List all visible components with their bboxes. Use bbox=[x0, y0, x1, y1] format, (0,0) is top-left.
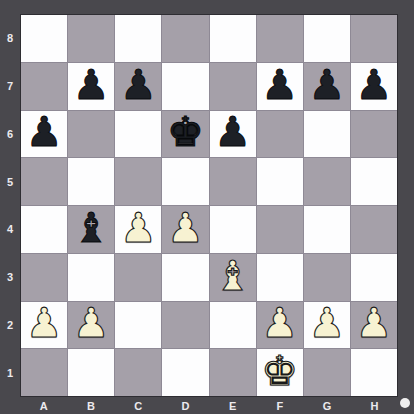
square-c3[interactable] bbox=[115, 254, 161, 301]
square-c1[interactable] bbox=[115, 349, 161, 396]
square-b8[interactable] bbox=[68, 15, 114, 62]
rank-label-2: 2 bbox=[0, 301, 20, 349]
square-a4[interactable] bbox=[21, 206, 67, 253]
black-pawn-h7[interactable]: ♟ bbox=[356, 65, 393, 106]
white-pawn-d4[interactable]: ♟ bbox=[167, 208, 204, 249]
square-e6[interactable]: ♟ bbox=[210, 111, 256, 158]
square-g8[interactable] bbox=[304, 15, 350, 62]
square-f1[interactable]: ♚ bbox=[257, 349, 303, 396]
square-f6[interactable] bbox=[257, 111, 303, 158]
square-b7[interactable]: ♟ bbox=[68, 63, 114, 110]
square-f2[interactable]: ♟ bbox=[257, 302, 303, 349]
white-to-move-indicator-icon bbox=[400, 398, 410, 408]
square-d2[interactable] bbox=[162, 302, 208, 349]
square-h1[interactable] bbox=[351, 349, 397, 396]
square-e4[interactable] bbox=[210, 206, 256, 253]
white-pawn-b2[interactable]: ♟ bbox=[73, 303, 110, 344]
rank-label-3: 3 bbox=[0, 253, 20, 301]
white-pawn-f2[interactable]: ♟ bbox=[261, 303, 298, 344]
square-d3[interactable] bbox=[162, 254, 208, 301]
square-a1[interactable] bbox=[21, 349, 67, 396]
square-g5[interactable] bbox=[304, 158, 350, 205]
square-e8[interactable] bbox=[210, 15, 256, 62]
square-c4[interactable]: ♟ bbox=[115, 206, 161, 253]
square-d5[interactable] bbox=[162, 158, 208, 205]
square-h2[interactable]: ♟ bbox=[351, 302, 397, 349]
file-label-c: C bbox=[115, 397, 162, 414]
square-d7[interactable] bbox=[162, 63, 208, 110]
square-h4[interactable] bbox=[351, 206, 397, 253]
square-e3[interactable]: ♝ bbox=[210, 254, 256, 301]
rank-label-5: 5 bbox=[0, 158, 20, 206]
square-e1[interactable] bbox=[210, 349, 256, 396]
rank-label-7: 7 bbox=[0, 62, 20, 110]
white-pawn-c4[interactable]: ♟ bbox=[120, 208, 157, 249]
square-f8[interactable] bbox=[257, 15, 303, 62]
square-e7[interactable] bbox=[210, 63, 256, 110]
square-d4[interactable]: ♟ bbox=[162, 206, 208, 253]
square-a2[interactable]: ♟ bbox=[21, 302, 67, 349]
file-label-g: G bbox=[304, 397, 351, 414]
square-a7[interactable] bbox=[21, 63, 67, 110]
chess-board-frame: 87654321 ♟♟♟♟♟♟♚♟♝♟♟♝♟♟♟♟♟♚ ABCDEFGH bbox=[0, 0, 414, 414]
square-e2[interactable] bbox=[210, 302, 256, 349]
square-g1[interactable] bbox=[304, 349, 350, 396]
square-d8[interactable] bbox=[162, 15, 208, 62]
square-d6[interactable]: ♚ bbox=[162, 111, 208, 158]
white-pawn-a2[interactable]: ♟ bbox=[26, 303, 63, 344]
file-label-d: D bbox=[162, 397, 209, 414]
rank-label-4: 4 bbox=[0, 206, 20, 254]
chess-board: ♟♟♟♟♟♟♚♟♝♟♟♝♟♟♟♟♟♚ bbox=[20, 14, 398, 397]
square-h6[interactable] bbox=[351, 111, 397, 158]
square-f7[interactable]: ♟ bbox=[257, 63, 303, 110]
square-g3[interactable] bbox=[304, 254, 350, 301]
rank-label-6: 6 bbox=[0, 110, 20, 158]
file-label-f: F bbox=[256, 397, 303, 414]
square-a3[interactable] bbox=[21, 254, 67, 301]
square-b1[interactable] bbox=[68, 349, 114, 396]
file-label-e: E bbox=[209, 397, 256, 414]
square-h7[interactable]: ♟ bbox=[351, 63, 397, 110]
square-b3[interactable] bbox=[68, 254, 114, 301]
square-a8[interactable] bbox=[21, 15, 67, 62]
square-h3[interactable] bbox=[351, 254, 397, 301]
square-c8[interactable] bbox=[115, 15, 161, 62]
square-f4[interactable] bbox=[257, 206, 303, 253]
black-pawn-a6[interactable]: ♟ bbox=[26, 112, 63, 153]
square-a5[interactable] bbox=[21, 158, 67, 205]
square-g7[interactable]: ♟ bbox=[304, 63, 350, 110]
black-pawn-f7[interactable]: ♟ bbox=[261, 65, 298, 106]
rank-label-1: 1 bbox=[0, 349, 20, 397]
square-b2[interactable]: ♟ bbox=[68, 302, 114, 349]
square-c6[interactable] bbox=[115, 111, 161, 158]
black-pawn-c7[interactable]: ♟ bbox=[120, 65, 157, 106]
square-e5[interactable] bbox=[210, 158, 256, 205]
square-b4[interactable]: ♝ bbox=[68, 206, 114, 253]
white-bishop-e3[interactable]: ♝ bbox=[214, 256, 251, 297]
square-d1[interactable] bbox=[162, 349, 208, 396]
square-g2[interactable]: ♟ bbox=[304, 302, 350, 349]
square-f5[interactable] bbox=[257, 158, 303, 205]
square-c5[interactable] bbox=[115, 158, 161, 205]
white-pawn-g2[interactable]: ♟ bbox=[308, 303, 345, 344]
black-pawn-g7[interactable]: ♟ bbox=[308, 65, 345, 106]
square-g6[interactable] bbox=[304, 111, 350, 158]
file-label-h: H bbox=[351, 397, 398, 414]
file-label-a: A bbox=[20, 397, 67, 414]
black-pawn-b7[interactable]: ♟ bbox=[73, 65, 110, 106]
black-bishop-b4[interactable]: ♝ bbox=[73, 208, 110, 249]
square-c2[interactable] bbox=[115, 302, 161, 349]
square-g4[interactable] bbox=[304, 206, 350, 253]
square-b6[interactable] bbox=[68, 111, 114, 158]
square-h5[interactable] bbox=[351, 158, 397, 205]
white-pawn-h2[interactable]: ♟ bbox=[356, 303, 393, 344]
square-b5[interactable] bbox=[68, 158, 114, 205]
black-pawn-e6[interactable]: ♟ bbox=[214, 112, 251, 153]
file-label-b: B bbox=[67, 397, 114, 414]
file-labels: ABCDEFGH bbox=[20, 397, 398, 414]
square-f3[interactable] bbox=[257, 254, 303, 301]
square-h8[interactable] bbox=[351, 15, 397, 62]
rank-labels: 87654321 bbox=[0, 14, 20, 397]
square-a6[interactable]: ♟ bbox=[21, 111, 67, 158]
square-c7[interactable]: ♟ bbox=[115, 63, 161, 110]
rank-label-8: 8 bbox=[0, 14, 20, 62]
white-king-f1[interactable]: ♚ bbox=[261, 351, 298, 392]
black-king-d6[interactable]: ♚ bbox=[167, 112, 204, 153]
